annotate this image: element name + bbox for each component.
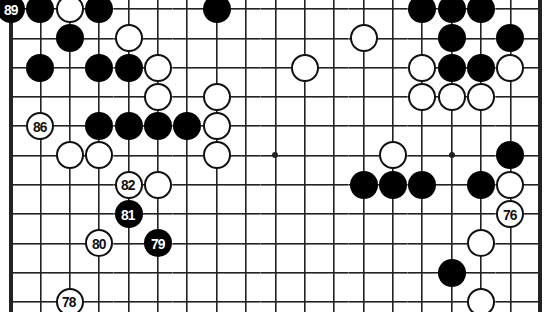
intersection	[261, 258, 290, 287]
intersection	[0, 170, 26, 199]
intersection	[496, 141, 525, 170]
intersection	[231, 112, 260, 141]
intersection	[261, 24, 290, 53]
intersection	[496, 24, 525, 53]
move-number-label: 78	[62, 294, 76, 309]
intersection	[173, 141, 202, 170]
intersection	[290, 141, 319, 170]
intersection	[319, 112, 348, 141]
intersection	[202, 53, 231, 82]
intersection	[26, 141, 55, 170]
intersection	[0, 24, 26, 53]
intersection	[349, 112, 378, 141]
intersection	[378, 53, 407, 82]
black-stone	[467, 171, 495, 199]
intersection	[349, 229, 378, 258]
intersection	[26, 199, 55, 228]
white-stone: 78	[56, 288, 84, 312]
white-stone	[56, 141, 84, 169]
star-point	[449, 152, 455, 158]
intersection	[349, 53, 378, 82]
intersection	[525, 199, 554, 228]
white-stone: 76	[496, 200, 524, 228]
intersection	[114, 0, 143, 24]
intersection	[496, 229, 525, 258]
intersection	[437, 0, 466, 24]
intersection	[437, 258, 466, 287]
intersection	[466, 199, 495, 228]
white-stone	[467, 83, 495, 111]
intersection	[55, 0, 84, 24]
intersection	[466, 258, 495, 287]
black-stone	[26, 0, 54, 23]
intersection	[202, 24, 231, 53]
intersection	[437, 141, 466, 170]
intersection	[231, 199, 260, 228]
white-stone	[115, 24, 143, 52]
intersection	[290, 24, 319, 53]
intersection	[466, 112, 495, 141]
intersection	[466, 0, 495, 24]
black-stone	[408, 0, 436, 23]
black-stone	[115, 54, 143, 82]
black-stone	[350, 171, 378, 199]
intersection	[378, 258, 407, 287]
intersection	[55, 229, 84, 258]
intersection	[261, 170, 290, 199]
intersection	[466, 53, 495, 82]
intersection	[437, 82, 466, 111]
intersection	[202, 82, 231, 111]
intersection	[437, 112, 466, 141]
intersection	[378, 229, 407, 258]
intersection	[173, 53, 202, 82]
intersection	[261, 229, 290, 258]
black-stone	[115, 112, 143, 140]
intersection	[0, 287, 26, 312]
black-stone	[438, 24, 466, 52]
intersection	[55, 141, 84, 170]
white-stone	[379, 141, 407, 169]
white-stone	[438, 83, 466, 111]
intersection	[408, 170, 437, 199]
intersection	[26, 229, 55, 258]
intersection	[408, 287, 437, 312]
intersection	[496, 53, 525, 82]
intersection	[408, 141, 437, 170]
intersection	[84, 24, 113, 53]
intersection	[143, 24, 172, 53]
black-stone	[467, 0, 495, 23]
intersection	[84, 0, 113, 24]
intersection	[319, 287, 348, 312]
white-stone	[203, 112, 231, 140]
black-stone	[26, 54, 54, 82]
intersection	[173, 82, 202, 111]
white-stone: 82	[115, 171, 143, 199]
white-stone	[496, 54, 524, 82]
intersection	[378, 82, 407, 111]
black-stone	[85, 0, 113, 23]
intersection	[173, 199, 202, 228]
intersection	[525, 141, 554, 170]
black-stone	[438, 54, 466, 82]
intersection	[261, 287, 290, 312]
intersection	[231, 0, 260, 24]
intersection	[466, 24, 495, 53]
intersection	[349, 287, 378, 312]
black-stone	[438, 0, 466, 23]
black-stone	[85, 54, 113, 82]
black-stone	[438, 259, 466, 287]
intersection	[231, 141, 260, 170]
intersection	[319, 24, 348, 53]
intersection	[261, 82, 290, 111]
intersection	[290, 258, 319, 287]
intersection	[466, 287, 495, 312]
intersection	[378, 170, 407, 199]
white-stone: 86	[26, 112, 54, 140]
intersection	[349, 0, 378, 24]
intersection	[319, 82, 348, 111]
intersection	[84, 141, 113, 170]
intersection	[173, 0, 202, 24]
intersection	[55, 24, 84, 53]
intersection	[173, 112, 202, 141]
intersection	[202, 141, 231, 170]
intersection	[114, 229, 143, 258]
intersection	[319, 170, 348, 199]
intersection	[319, 0, 348, 24]
intersection	[84, 287, 113, 312]
intersection	[349, 141, 378, 170]
intersection	[378, 24, 407, 53]
intersection	[202, 112, 231, 141]
star-point	[272, 152, 278, 158]
intersection	[143, 141, 172, 170]
intersection	[437, 287, 466, 312]
intersection	[0, 199, 26, 228]
intersection	[143, 199, 172, 228]
black-stone	[408, 171, 436, 199]
intersection	[319, 199, 348, 228]
intersection	[319, 258, 348, 287]
intersection	[114, 112, 143, 141]
intersection	[290, 0, 319, 24]
intersection	[55, 199, 84, 228]
white-stone	[144, 171, 172, 199]
intersection: 80	[84, 229, 113, 258]
intersection	[437, 170, 466, 199]
intersection	[496, 170, 525, 199]
black-stone: 79	[144, 229, 172, 257]
intersection	[290, 287, 319, 312]
intersection	[84, 53, 113, 82]
intersection	[290, 170, 319, 199]
intersection	[173, 287, 202, 312]
intersection	[290, 199, 319, 228]
intersection	[378, 112, 407, 141]
white-stone	[408, 83, 436, 111]
intersection	[231, 258, 260, 287]
intersection	[114, 53, 143, 82]
white-stone	[203, 83, 231, 111]
intersection	[143, 53, 172, 82]
intersection	[84, 112, 113, 141]
intersection	[55, 82, 84, 111]
intersection	[408, 0, 437, 24]
intersection	[349, 258, 378, 287]
intersection: 76	[496, 199, 525, 228]
intersection	[173, 170, 202, 199]
intersection	[55, 258, 84, 287]
intersection	[349, 199, 378, 228]
intersection	[231, 53, 260, 82]
intersection	[349, 170, 378, 199]
intersection	[408, 199, 437, 228]
intersection	[0, 141, 26, 170]
intersection	[202, 170, 231, 199]
intersection	[261, 141, 290, 170]
intersection	[231, 170, 260, 199]
intersection	[84, 258, 113, 287]
intersection	[408, 112, 437, 141]
intersection	[525, 0, 554, 24]
intersection	[525, 170, 554, 199]
go-board: 8986828176807978	[0, 0, 554, 312]
move-number-label: 89	[4, 2, 18, 17]
black-stone	[144, 112, 172, 140]
intersection	[496, 0, 525, 24]
intersection	[437, 199, 466, 228]
intersection	[261, 0, 290, 24]
intersection	[525, 24, 554, 53]
intersection	[319, 229, 348, 258]
intersection	[143, 258, 172, 287]
intersection	[408, 229, 437, 258]
intersection	[525, 229, 554, 258]
intersection	[55, 170, 84, 199]
intersection	[408, 24, 437, 53]
intersection	[378, 141, 407, 170]
intersection	[349, 82, 378, 111]
intersection	[202, 229, 231, 258]
black-stone	[467, 54, 495, 82]
intersection	[261, 199, 290, 228]
move-number-label: 81	[121, 207, 135, 222]
intersection	[173, 258, 202, 287]
intersection	[143, 0, 172, 24]
intersection	[202, 199, 231, 228]
intersection	[525, 112, 554, 141]
intersection	[466, 141, 495, 170]
intersection	[143, 112, 172, 141]
intersection	[114, 287, 143, 312]
intersection	[261, 112, 290, 141]
intersection	[0, 53, 26, 82]
intersection: 89	[0, 0, 26, 24]
white-stone	[467, 288, 495, 312]
white-stone	[350, 24, 378, 52]
intersection	[496, 258, 525, 287]
intersection	[114, 258, 143, 287]
intersection	[26, 82, 55, 111]
white-stone	[144, 83, 172, 111]
intersection	[319, 53, 348, 82]
intersection	[466, 229, 495, 258]
intersection	[408, 53, 437, 82]
intersection	[231, 82, 260, 111]
black-stone	[56, 24, 84, 52]
intersection	[143, 170, 172, 199]
intersection	[0, 229, 26, 258]
intersection	[437, 229, 466, 258]
intersection	[84, 170, 113, 199]
intersection	[0, 82, 26, 111]
intersection	[378, 287, 407, 312]
intersection: 81	[114, 199, 143, 228]
intersection	[408, 82, 437, 111]
black-stone: 81	[115, 200, 143, 228]
intersection	[114, 24, 143, 53]
intersection	[143, 287, 172, 312]
intersection	[231, 24, 260, 53]
intersection	[55, 53, 84, 82]
intersection	[408, 258, 437, 287]
intersection	[26, 170, 55, 199]
white-stone	[203, 141, 231, 169]
white-stone: 80	[85, 229, 113, 257]
move-number-label: 80	[92, 236, 106, 251]
black-stone	[203, 0, 231, 23]
white-stone	[144, 54, 172, 82]
black-stone: 89	[0, 0, 25, 23]
intersection	[525, 258, 554, 287]
intersection	[0, 258, 26, 287]
intersection	[231, 229, 260, 258]
intersection	[466, 170, 495, 199]
intersection: 82	[114, 170, 143, 199]
intersection	[525, 82, 554, 111]
intersection	[202, 258, 231, 287]
intersection	[437, 53, 466, 82]
intersection	[84, 199, 113, 228]
intersection: 78	[55, 287, 84, 312]
move-number-label: 76	[503, 207, 517, 222]
white-stone	[496, 171, 524, 199]
move-number-label: 79	[151, 236, 165, 251]
intersection	[114, 82, 143, 111]
intersection	[496, 287, 525, 312]
intersection: 86	[26, 112, 55, 141]
black-stone	[85, 112, 113, 140]
intersection	[26, 53, 55, 82]
intersection	[143, 82, 172, 111]
move-number-label: 82	[121, 177, 135, 192]
intersection	[525, 53, 554, 82]
intersection	[114, 141, 143, 170]
go-diagram: 8986828176807978	[0, 0, 556, 312]
white-stone	[408, 54, 436, 82]
intersection	[437, 24, 466, 53]
white-stone	[85, 141, 113, 169]
intersection	[349, 24, 378, 53]
move-number-label: 86	[33, 119, 47, 134]
intersection	[290, 82, 319, 111]
black-stone	[496, 141, 524, 169]
intersection	[290, 229, 319, 258]
intersection	[231, 287, 260, 312]
intersection	[26, 258, 55, 287]
intersection	[202, 0, 231, 24]
black-stone	[379, 171, 407, 199]
white-stone	[56, 0, 84, 23]
intersection	[525, 287, 554, 312]
intersection	[466, 82, 495, 111]
intersection	[496, 112, 525, 141]
intersection	[378, 0, 407, 24]
black-stone	[496, 24, 524, 52]
white-stone	[467, 229, 495, 257]
intersection	[319, 141, 348, 170]
intersection	[202, 287, 231, 312]
intersection	[84, 82, 113, 111]
white-stone	[291, 54, 319, 82]
intersection	[290, 53, 319, 82]
intersection	[261, 53, 290, 82]
intersection	[173, 24, 202, 53]
intersection: 79	[143, 229, 172, 258]
intersection	[55, 112, 84, 141]
intersection	[0, 112, 26, 141]
black-stone	[173, 112, 201, 140]
intersection	[496, 82, 525, 111]
intersection	[26, 287, 55, 312]
intersection	[290, 112, 319, 141]
intersection	[173, 229, 202, 258]
intersection	[26, 0, 55, 24]
intersection	[26, 24, 55, 53]
intersection	[378, 199, 407, 228]
